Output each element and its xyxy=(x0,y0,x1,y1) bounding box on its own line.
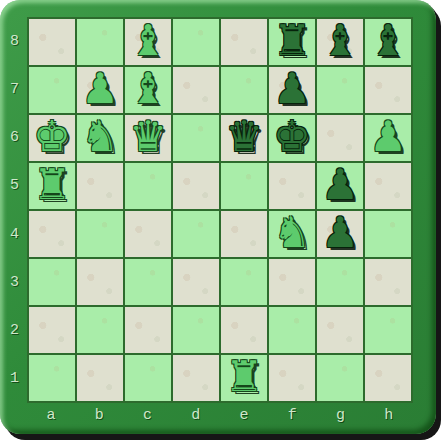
rank-label-7: 7 xyxy=(2,65,27,113)
square-e3[interactable] xyxy=(221,259,267,305)
chess-board: ♝♜♝♝♟♝♟♚♞♛♛♚♟♜♟♞♟♜ xyxy=(27,17,413,403)
file-label-b: b xyxy=(75,402,123,429)
piece-white-bishop[interactable]: ♝ xyxy=(129,18,167,64)
square-f1[interactable] xyxy=(269,355,315,401)
piece-black-queen[interactable]: ♛ xyxy=(225,114,263,160)
square-h1[interactable] xyxy=(365,355,411,401)
square-e1[interactable]: ♜ xyxy=(221,355,267,401)
rank-label-6: 6 xyxy=(2,114,27,162)
square-c8[interactable]: ♝ xyxy=(125,19,171,65)
square-g6[interactable] xyxy=(317,115,363,161)
square-a6[interactable]: ♚ xyxy=(29,115,75,161)
file-label-a: a xyxy=(27,402,75,429)
square-e4[interactable] xyxy=(221,211,267,257)
square-b7[interactable]: ♟ xyxy=(77,67,123,113)
square-b8[interactable] xyxy=(77,19,123,65)
piece-black-bishop[interactable]: ♝ xyxy=(321,18,359,64)
square-h8[interactable]: ♝ xyxy=(365,19,411,65)
piece-white-pawn[interactable]: ♟ xyxy=(81,66,119,112)
square-b5[interactable] xyxy=(77,163,123,209)
square-b4[interactable] xyxy=(77,211,123,257)
square-d2[interactable] xyxy=(173,307,219,353)
square-g7[interactable] xyxy=(317,67,363,113)
square-h6[interactable]: ♟ xyxy=(365,115,411,161)
square-b1[interactable] xyxy=(77,355,123,401)
square-d7[interactable] xyxy=(173,67,219,113)
square-d3[interactable] xyxy=(173,259,219,305)
square-a8[interactable] xyxy=(29,19,75,65)
square-e5[interactable] xyxy=(221,163,267,209)
file-labels: abcdefgh xyxy=(27,402,413,429)
square-h7[interactable] xyxy=(365,67,411,113)
piece-black-pawn[interactable]: ♟ xyxy=(321,210,359,256)
file-label-g: g xyxy=(317,402,365,429)
rank-label-8: 8 xyxy=(2,17,27,65)
square-c1[interactable] xyxy=(125,355,171,401)
square-f7[interactable]: ♟ xyxy=(269,67,315,113)
rank-label-1: 1 xyxy=(2,355,27,403)
piece-white-pawn[interactable]: ♟ xyxy=(369,114,407,160)
file-label-e: e xyxy=(220,402,268,429)
square-c2[interactable] xyxy=(125,307,171,353)
square-f6[interactable]: ♚ xyxy=(269,115,315,161)
rank-labels: 87654321 xyxy=(2,17,27,403)
square-d1[interactable] xyxy=(173,355,219,401)
square-a4[interactable] xyxy=(29,211,75,257)
square-e6[interactable]: ♛ xyxy=(221,115,267,161)
square-d5[interactable] xyxy=(173,163,219,209)
square-b3[interactable] xyxy=(77,259,123,305)
piece-black-rook[interactable]: ♜ xyxy=(273,18,311,64)
square-e7[interactable] xyxy=(221,67,267,113)
piece-white-bishop[interactable]: ♝ xyxy=(129,66,167,112)
rank-label-3: 3 xyxy=(2,258,27,306)
square-c4[interactable] xyxy=(125,211,171,257)
square-a5[interactable]: ♜ xyxy=(29,163,75,209)
piece-white-rook[interactable]: ♜ xyxy=(225,354,263,400)
square-a3[interactable] xyxy=(29,259,75,305)
square-h3[interactable] xyxy=(365,259,411,305)
rank-label-4: 4 xyxy=(2,210,27,258)
file-label-h: h xyxy=(365,402,413,429)
square-f3[interactable] xyxy=(269,259,315,305)
square-b2[interactable] xyxy=(77,307,123,353)
square-g2[interactable] xyxy=(317,307,363,353)
rank-label-2: 2 xyxy=(2,307,27,355)
square-h2[interactable] xyxy=(365,307,411,353)
piece-white-king[interactable]: ♚ xyxy=(33,114,71,160)
file-label-d: d xyxy=(172,402,220,429)
square-f2[interactable] xyxy=(269,307,315,353)
square-a7[interactable] xyxy=(29,67,75,113)
square-c6[interactable]: ♛ xyxy=(125,115,171,161)
square-c3[interactable] xyxy=(125,259,171,305)
square-a1[interactable] xyxy=(29,355,75,401)
piece-black-bishop[interactable]: ♝ xyxy=(369,18,407,64)
piece-white-knight[interactable]: ♞ xyxy=(273,210,311,256)
square-d6[interactable] xyxy=(173,115,219,161)
file-label-c: c xyxy=(124,402,172,429)
square-b6[interactable]: ♞ xyxy=(77,115,123,161)
square-d8[interactable] xyxy=(173,19,219,65)
square-f8[interactable]: ♜ xyxy=(269,19,315,65)
square-f5[interactable] xyxy=(269,163,315,209)
square-h4[interactable] xyxy=(365,211,411,257)
square-f4[interactable]: ♞ xyxy=(269,211,315,257)
square-a2[interactable] xyxy=(29,307,75,353)
chess-app-window: 87654321 abcdefgh ♝♜♝♝♟♝♟♚♞♛♛♚♟♜♟♞♟♜ xyxy=(0,0,444,442)
piece-white-knight[interactable]: ♞ xyxy=(81,114,119,160)
piece-white-queen[interactable]: ♛ xyxy=(129,114,167,160)
square-c7[interactable]: ♝ xyxy=(125,67,171,113)
rank-label-5: 5 xyxy=(2,162,27,210)
square-d4[interactable] xyxy=(173,211,219,257)
square-h5[interactable] xyxy=(365,163,411,209)
square-g3[interactable] xyxy=(317,259,363,305)
square-g4[interactable]: ♟ xyxy=(317,211,363,257)
piece-white-rook[interactable]: ♜ xyxy=(33,162,71,208)
piece-black-pawn[interactable]: ♟ xyxy=(273,66,311,112)
board-frame: 87654321 abcdefgh ♝♜♝♝♟♝♟♚♞♛♛♚♟♜♟♞♟♜ xyxy=(0,0,436,434)
square-g5[interactable]: ♟ xyxy=(317,163,363,209)
square-e2[interactable] xyxy=(221,307,267,353)
square-g8[interactable]: ♝ xyxy=(317,19,363,65)
square-c5[interactable] xyxy=(125,163,171,209)
file-label-f: f xyxy=(268,402,316,429)
piece-black-pawn[interactable]: ♟ xyxy=(321,162,359,208)
piece-black-king[interactable]: ♚ xyxy=(273,114,311,160)
square-e8[interactable] xyxy=(221,19,267,65)
square-g1[interactable] xyxy=(317,355,363,401)
